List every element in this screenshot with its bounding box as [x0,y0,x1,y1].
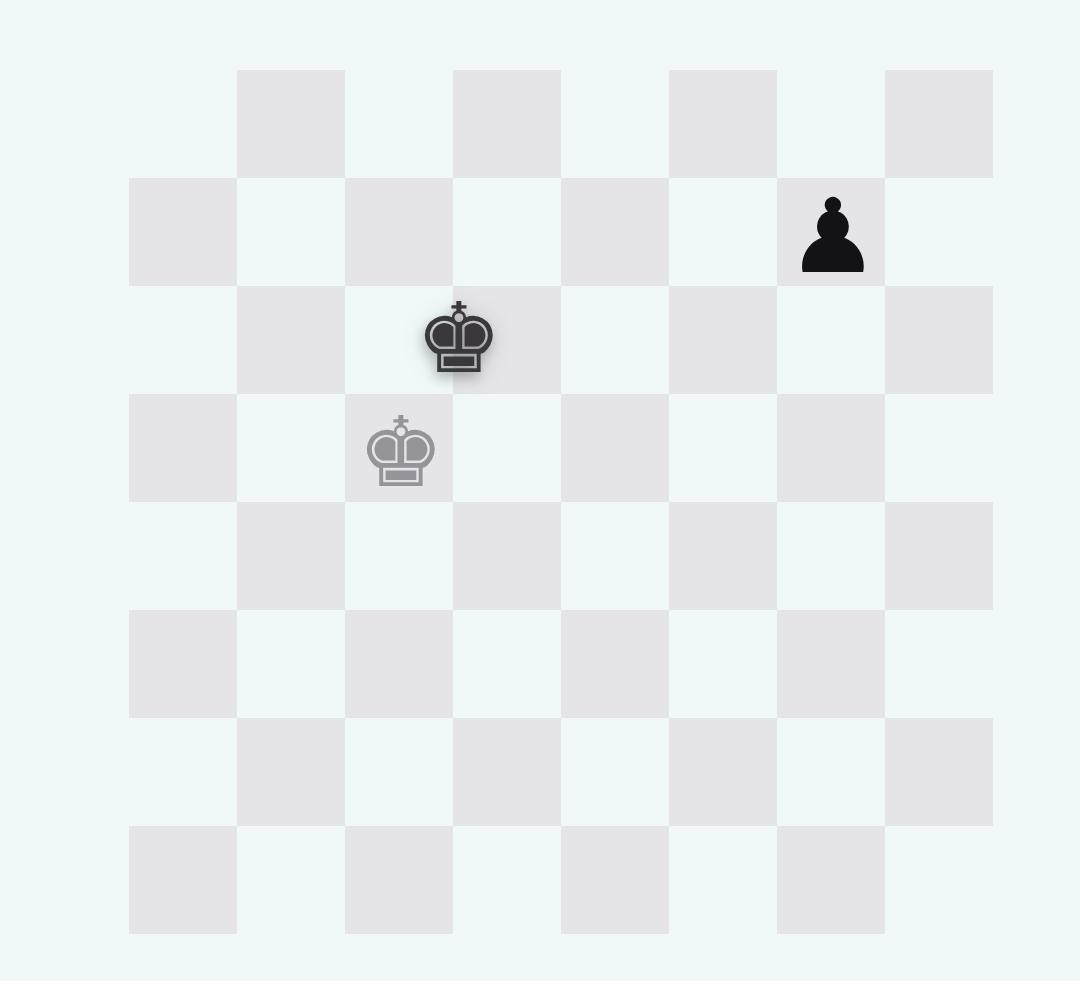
square-f1[interactable] [669,826,777,934]
square-b1[interactable] [237,826,345,934]
square-h3[interactable] [885,610,993,718]
square-d2[interactable] [453,718,561,826]
square-g7[interactable]: ♟ [777,178,885,286]
square-b3[interactable] [237,610,345,718]
square-f5[interactable] [669,394,777,502]
square-f2[interactable] [669,718,777,826]
square-c8[interactable] [345,70,453,178]
square-f3[interactable] [669,610,777,718]
page-background: ♟♚ ♚ [0,0,1080,985]
square-b4[interactable] [237,502,345,610]
square-b8[interactable] [237,70,345,178]
square-f7[interactable] [669,178,777,286]
square-c5[interactable]: ♚ [345,394,453,502]
square-e1[interactable] [561,826,669,934]
square-h4[interactable] [885,502,993,610]
dragged-black-king-piece[interactable]: ♚ [405,284,513,392]
square-e5[interactable] [561,394,669,502]
square-d3[interactable] [453,610,561,718]
square-a6[interactable] [129,286,237,394]
square-e8[interactable] [561,70,669,178]
chess-board: ♟♚ [129,70,993,934]
square-e2[interactable] [561,718,669,826]
square-e7[interactable] [561,178,669,286]
square-c7[interactable] [345,178,453,286]
square-g2[interactable] [777,718,885,826]
square-h6[interactable] [885,286,993,394]
square-a1[interactable] [129,826,237,934]
square-d4[interactable] [453,502,561,610]
square-e4[interactable] [561,502,669,610]
square-b7[interactable] [237,178,345,286]
square-b2[interactable] [237,718,345,826]
square-g4[interactable] [777,502,885,610]
black-pawn-g7[interactable]: ♟ [779,182,887,290]
square-b5[interactable] [237,394,345,502]
square-d5[interactable] [453,394,561,502]
square-g1[interactable] [777,826,885,934]
square-h2[interactable] [885,718,993,826]
black-king-ghost-c5: ♚ [347,398,455,506]
square-a4[interactable] [129,502,237,610]
square-c1[interactable] [345,826,453,934]
page-footer-strip [0,981,1080,985]
square-f8[interactable] [669,70,777,178]
square-c4[interactable] [345,502,453,610]
square-a2[interactable] [129,718,237,826]
square-e3[interactable] [561,610,669,718]
square-c3[interactable] [345,610,453,718]
square-f4[interactable] [669,502,777,610]
square-d8[interactable] [453,70,561,178]
square-a3[interactable] [129,610,237,718]
square-a8[interactable] [129,70,237,178]
square-g8[interactable] [777,70,885,178]
square-g5[interactable] [777,394,885,502]
square-g3[interactable] [777,610,885,718]
square-b6[interactable] [237,286,345,394]
square-a7[interactable] [129,178,237,286]
square-g6[interactable] [777,286,885,394]
square-h7[interactable] [885,178,993,286]
square-d7[interactable] [453,178,561,286]
square-f6[interactable] [669,286,777,394]
square-h1[interactable] [885,826,993,934]
square-c2[interactable] [345,718,453,826]
square-a5[interactable] [129,394,237,502]
square-d1[interactable] [453,826,561,934]
square-h8[interactable] [885,70,993,178]
square-e6[interactable] [561,286,669,394]
square-h5[interactable] [885,394,993,502]
